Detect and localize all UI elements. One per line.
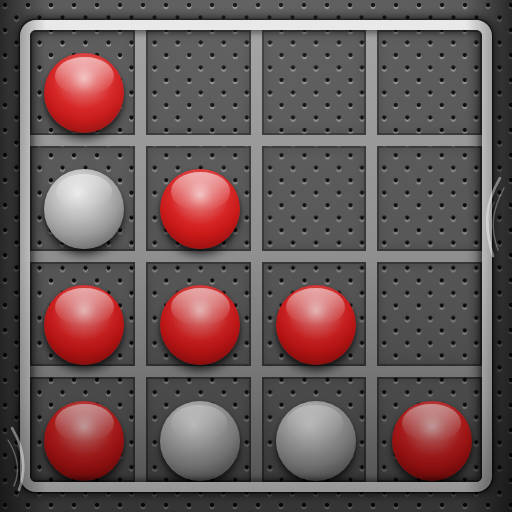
cell-r1c3[interactable] [262, 30, 367, 135]
red-ball [160, 285, 240, 365]
red-ball [44, 401, 124, 481]
cell-r3c3[interactable] [262, 262, 367, 367]
gray-ball [44, 169, 124, 249]
cell-r3c1[interactable] [30, 262, 135, 367]
red-ball [160, 169, 240, 249]
gray-ball [276, 401, 356, 481]
cell-r1c2[interactable] [146, 30, 251, 135]
red-ball [392, 401, 472, 481]
red-ball [44, 53, 124, 133]
cell-r2c2[interactable] [146, 146, 251, 251]
board-frame [20, 20, 492, 492]
board-grid [30, 30, 482, 482]
cell-r1c1[interactable] [30, 30, 135, 135]
cell-r2c1[interactable] [30, 146, 135, 251]
red-ball [276, 285, 356, 365]
cell-r4c4[interactable] [377, 377, 482, 482]
cell-r3c4[interactable] [377, 262, 482, 367]
cell-r1c4[interactable] [377, 30, 482, 135]
red-ball [44, 285, 124, 365]
gray-ball [160, 401, 240, 481]
cell-r2c4[interactable] [377, 146, 482, 251]
cell-r3c2[interactable] [146, 262, 251, 367]
cell-r4c2[interactable] [146, 377, 251, 482]
cell-r4c3[interactable] [262, 377, 367, 482]
cell-r2c3[interactable] [262, 146, 367, 251]
cell-r4c1[interactable] [30, 377, 135, 482]
